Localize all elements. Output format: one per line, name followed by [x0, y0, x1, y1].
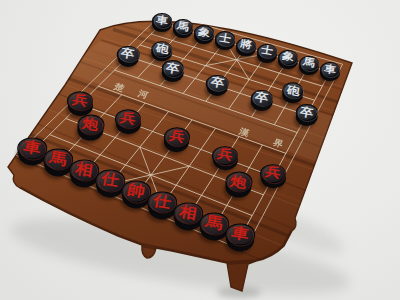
piece-character: 車 — [323, 64, 336, 76]
piece-red-chariot[interactable]: 車 — [225, 223, 255, 251]
piece-black-elephant[interactable]: 象 — [278, 50, 298, 69]
piece-character: 兵 — [216, 148, 233, 163]
piece-layer: 車馬象士將士象馬車砲砲卒卒卒卒卒兵兵兵兵兵炮炮車馬相仕帥仕相馬車 — [0, 0, 400, 300]
piece-character: 帥 — [126, 183, 146, 200]
piece-black-soldier[interactable]: 卒 — [117, 45, 139, 66]
piece-character: 車 — [230, 226, 250, 243]
piece-black-soldier[interactable]: 卒 — [206, 75, 228, 96]
piece-character: 卒 — [165, 62, 180, 75]
piece-character: 象 — [281, 51, 294, 63]
piece-character: 仕 — [100, 172, 120, 189]
piece-black-elephant[interactable]: 象 — [194, 25, 214, 44]
piece-character: 車 — [155, 15, 168, 27]
piece-character: 兵 — [120, 111, 137, 126]
piece-black-advisor[interactable]: 士 — [257, 44, 277, 63]
piece-character: 相 — [178, 204, 198, 221]
piece-character: 炮 — [230, 174, 248, 190]
piece-character: 仕 — [152, 193, 172, 210]
piece-character: 砲 — [286, 84, 300, 97]
piece-black-chariot[interactable]: 車 — [320, 62, 340, 81]
piece-red-cannon[interactable]: 炮 — [225, 172, 252, 198]
piece-character: 兵 — [265, 166, 282, 181]
piece-character: 士 — [218, 33, 231, 45]
piece-red-soldier[interactable]: 兵 — [115, 109, 141, 134]
piece-black-chariot[interactable]: 車 — [152, 13, 172, 32]
piece-character: 卒 — [210, 76, 225, 89]
piece-black-general[interactable]: 將 — [236, 38, 256, 57]
piece-character: 士 — [260, 45, 273, 57]
piece-red-soldier[interactable]: 兵 — [67, 91, 93, 116]
piece-character: 卒 — [121, 47, 136, 60]
piece-character: 兵 — [168, 129, 185, 144]
piece-black-horse[interactable]: 馬 — [299, 56, 319, 75]
piece-character: 卒 — [254, 91, 269, 104]
piece-character: 炮 — [81, 117, 99, 133]
piece-character: 象 — [197, 27, 210, 39]
piece-black-soldier[interactable]: 卒 — [162, 60, 184, 81]
piece-character: 兵 — [71, 93, 88, 108]
piece-black-cannon[interactable]: 砲 — [151, 41, 173, 62]
piece-black-advisor[interactable]: 士 — [215, 31, 235, 50]
piece-character: 砲 — [155, 43, 169, 56]
piece-red-soldier[interactable]: 兵 — [212, 146, 238, 171]
piece-character: 將 — [239, 39, 252, 51]
piece-character: 馬 — [176, 21, 189, 33]
piece-character: 馬 — [204, 215, 224, 232]
piece-red-soldier[interactable]: 兵 — [164, 128, 190, 153]
piece-character: 卒 — [299, 106, 314, 119]
piece-black-soldier[interactable]: 卒 — [251, 89, 273, 110]
piece-character: 相 — [74, 161, 94, 178]
piece-black-cannon[interactable]: 砲 — [282, 83, 304, 104]
photo-background: 楚 河 漢 界 車馬象士將士象馬車砲砲卒卒卒卒卒兵兵兵兵兵炮炮車馬相仕帥仕相馬車 — [0, 0, 400, 300]
piece-red-cannon[interactable]: 炮 — [77, 115, 104, 141]
piece-red-soldier[interactable]: 兵 — [260, 164, 286, 189]
piece-character: 馬 — [48, 150, 68, 167]
piece-character: 車 — [22, 140, 42, 157]
piece-black-horse[interactable]: 馬 — [173, 19, 193, 38]
piece-black-soldier[interactable]: 卒 — [295, 104, 317, 125]
